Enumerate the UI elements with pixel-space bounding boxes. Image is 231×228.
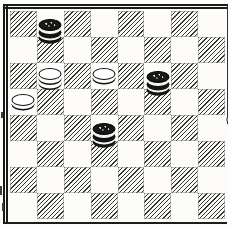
board [10,11,225,219]
square-r5c6[interactable] [144,115,171,141]
square-r2c6 [144,37,171,63]
square-r6c7[interactable] [171,141,198,167]
frame-inner-top-rule [5,7,227,9]
square-r8c1[interactable] [10,193,37,219]
square-r2c7[interactable] [171,37,198,63]
square-r8c2 [37,193,64,219]
frame-right-fade [227,124,229,224]
square-r6c3[interactable] [64,141,91,167]
square-r3c3 [64,63,91,89]
square-r2c5[interactable] [118,37,145,63]
black-king[interactable] [39,19,62,31]
square-r3c4[interactable] [91,63,118,89]
square-r7c4[interactable] [91,167,118,193]
square-r4c4 [91,89,118,115]
square-r5c5 [118,115,145,141]
square-r5c2[interactable] [37,115,64,141]
square-r1c7 [171,11,198,37]
square-r4c2 [37,89,64,115]
square-r5c7 [171,115,198,141]
square-r4c6 [144,89,171,115]
square-r7c5 [118,167,145,193]
square-r6c2 [37,141,64,167]
square-r4c3[interactable] [64,89,91,115]
square-r3c7 [171,63,198,89]
square-r3c5 [118,63,145,89]
frame-inner-left-rule [6,6,8,222]
square-r5c1 [10,115,37,141]
square-r3c1 [10,63,37,89]
square-r5c3 [64,115,91,141]
square-r1c3 [64,11,91,37]
black-king[interactable] [146,71,169,83]
square-r1c5 [118,11,145,37]
square-r5c4[interactable] [91,115,118,141]
square-r2c4 [91,37,118,63]
black-king[interactable] [93,123,116,135]
square-r1c2[interactable] [37,11,64,37]
scan-noise [118,30,121,32]
square-r3c8[interactable] [198,63,225,89]
square-r7c1 [10,167,37,193]
square-r2c2 [37,37,64,63]
square-r1c4[interactable] [91,11,118,37]
square-r2c1[interactable] [10,37,37,63]
square-r5c8[interactable] [198,115,225,141]
square-r4c8 [198,89,225,115]
scan-noise [226,118,228,121]
board-frame [3,4,228,224]
square-r7c8[interactable] [198,167,225,193]
square-r6c8 [198,141,225,167]
square-r3c2[interactable] [37,63,64,89]
white-man[interactable] [93,68,116,80]
square-r7c7 [171,167,198,193]
square-r6c6 [144,141,171,167]
square-r2c8 [198,37,225,63]
white-man[interactable] [12,94,35,106]
scan-noise [1,112,3,118]
square-r4c1[interactable] [10,89,37,115]
square-r8c7[interactable] [171,193,198,219]
square-r7c2[interactable] [37,167,64,193]
square-r1c8[interactable] [198,11,225,37]
square-r1c6[interactable] [144,11,171,37]
square-r4c7[interactable] [171,89,198,115]
square-r3c6[interactable] [144,63,171,89]
square-r6c4 [91,141,118,167]
square-r8c8 [198,193,225,219]
square-r1c1 [10,11,37,37]
square-r6c5[interactable] [118,141,145,167]
square-r8c6 [144,193,171,219]
square-r8c4 [91,193,118,219]
square-r4c5[interactable] [118,89,145,115]
square-r8c5[interactable] [118,193,145,219]
square-r8c3[interactable] [64,193,91,219]
square-r6c1[interactable] [10,141,37,167]
square-r7c3 [64,167,91,193]
white-king[interactable] [39,68,62,80]
square-r7c6[interactable] [144,167,171,193]
square-r2c3[interactable] [64,37,91,63]
scan-noise [2,203,4,211]
scan-noise [0,186,2,195]
